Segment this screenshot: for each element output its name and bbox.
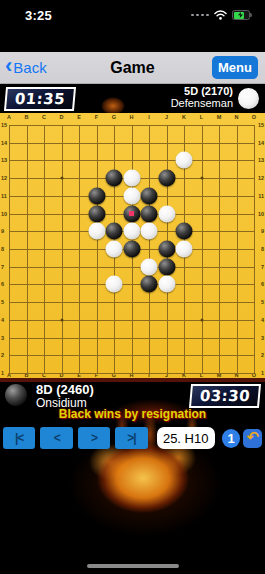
back-label: Back (13, 59, 46, 76)
stone-white-H9 (123, 223, 140, 240)
stone-white-K8 (176, 241, 193, 258)
stone-black-I10 (141, 205, 158, 222)
white-player-clock: 01:35 (4, 87, 76, 111)
back-button[interactable]: ‹ Back (5, 59, 47, 77)
stone-white-G6 (106, 276, 123, 293)
status-time: 3:25 (25, 8, 52, 23)
top-spacer (0, 30, 265, 52)
black-player-clock: 03:30 (189, 384, 261, 408)
gomoku-board: ABCDEFGHIJKLMNO ABCDEFGHIJKLMNO 15141312… (0, 113, 265, 378)
status-bar: 3:25 (0, 0, 265, 30)
back-chevron-icon: ‹ (5, 57, 12, 75)
white-player-info: 5D (2170) Defenseman (171, 86, 233, 110)
stone-white-J6 (158, 276, 175, 293)
stone-white-H12 (123, 170, 140, 187)
star-point (60, 177, 63, 180)
stone-black-I6 (141, 276, 158, 293)
star-point (60, 318, 63, 321)
wifi-icon (214, 10, 227, 20)
board-letters-top: ABCDEFGHIJKLMNO (9, 114, 254, 121)
stone-black-H8 (123, 241, 140, 258)
prev-move-button[interactable]: < (40, 427, 72, 449)
stone-black-K9 (176, 223, 193, 240)
last-move-marker (129, 211, 134, 216)
white-stone-avatar (238, 88, 259, 109)
board-numbers-left: 151413121110987654321 (0, 125, 9, 373)
menu-button[interactable]: Menu (212, 56, 258, 79)
stone-black-I11 (141, 187, 158, 204)
board-numbers-right: 151413121110987654321 (256, 125, 265, 373)
stone-white-F9 (88, 223, 105, 240)
board-grid[interactable] (9, 125, 254, 373)
undo-icon: ↶ (246, 430, 259, 445)
first-move-button[interactable]: |< (3, 427, 35, 449)
black-stone-avatar (5, 384, 27, 406)
home-indicator[interactable] (87, 564, 179, 569)
app-screen: 3:25 ‹ Back Game Menu 01:35 5D (2170) De… (0, 0, 265, 574)
stone-black-J7 (158, 258, 175, 275)
stone-white-G8 (106, 241, 123, 258)
move-field[interactable] (157, 427, 215, 449)
nav-bar: ‹ Back Game Menu (0, 52, 265, 84)
next-move-button[interactable]: > (78, 427, 110, 449)
stone-white-K13 (176, 152, 193, 169)
black-player-bar: 8D (2460) Onsidium 03:30 Black wins by r… (0, 382, 265, 422)
status-icons (191, 10, 253, 20)
stone-white-H11 (123, 187, 140, 204)
stone-white-I9 (141, 223, 158, 240)
stone-black-G9 (106, 223, 123, 240)
stone-black-J8 (158, 241, 175, 258)
signal-dots-icon (191, 14, 209, 17)
battery-charging-icon (232, 10, 253, 20)
star-point (200, 177, 203, 180)
star-point (200, 318, 203, 321)
game-result-message: Black wins by resignation (0, 407, 265, 421)
last-move-button[interactable]: >| (115, 427, 147, 449)
undo-button[interactable]: ↶ (243, 429, 262, 448)
stone-black-H10 (123, 205, 140, 222)
bottom-section: 8D (2460) Onsidium 03:30 Black wins by r… (0, 382, 265, 574)
stone-black-G12 (106, 170, 123, 187)
replay-controls: |< < > >| 1 ↶ (3, 426, 262, 450)
variation-badge[interactable]: 1 (222, 429, 241, 448)
stone-black-J12 (158, 170, 175, 187)
white-player-name: Defenseman (171, 98, 233, 110)
stone-black-F11 (88, 187, 105, 204)
black-player-rank: 8D (2460) (36, 383, 94, 397)
stone-white-I7 (141, 258, 158, 275)
stone-white-J10 (158, 205, 175, 222)
white-player-bar: 01:35 5D (2170) Defenseman (0, 84, 265, 113)
stone-black-F10 (88, 205, 105, 222)
